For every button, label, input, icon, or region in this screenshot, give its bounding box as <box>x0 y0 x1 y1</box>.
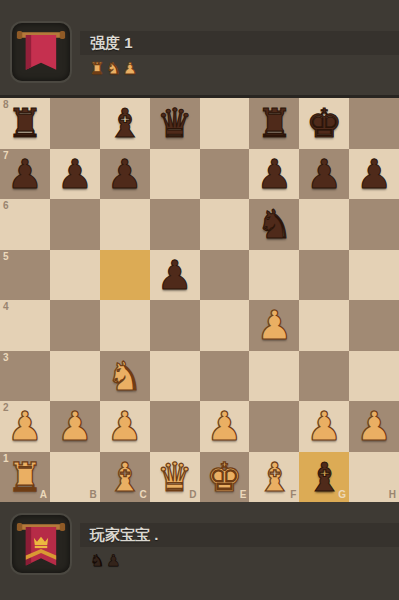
red-banner-icon <box>16 25 66 79</box>
square-c7[interactable]: ♟ <box>100 149 150 200</box>
square-h3[interactable] <box>349 351 399 402</box>
piece-black-pawn[interactable]: ♟ <box>107 154 143 194</box>
rank-label-5: 5 <box>3 252 9 262</box>
piece-black-pawn[interactable]: ♟ <box>157 255 193 295</box>
square-g2[interactable]: ♟ <box>299 401 349 452</box>
square-c1[interactable]: C♝ <box>100 452 150 503</box>
piece-white-rook[interactable]: ♜ <box>7 457 43 497</box>
square-b8[interactable] <box>50 98 100 149</box>
square-h6[interactable] <box>349 199 399 250</box>
square-e3[interactable] <box>200 351 250 402</box>
square-d7[interactable] <box>150 149 200 200</box>
square-a3[interactable]: 3 <box>0 351 50 402</box>
square-a8[interactable]: 8♜ <box>0 98 50 149</box>
piece-white-bishop[interactable]: ♝ <box>107 457 143 497</box>
square-b4[interactable] <box>50 300 100 351</box>
player-name: 玩家宝宝 . <box>90 523 158 547</box>
square-g8[interactable]: ♚ <box>299 98 349 149</box>
square-a2[interactable]: 2♟ <box>0 401 50 452</box>
square-g5[interactable] <box>299 250 349 301</box>
square-c6[interactable] <box>100 199 150 250</box>
crown-banner-icon <box>16 517 66 571</box>
piece-black-queen[interactable]: ♛ <box>157 103 193 143</box>
square-b1[interactable]: B <box>50 452 100 503</box>
piece-white-pawn[interactable]: ♟ <box>107 406 143 446</box>
square-h7[interactable]: ♟ <box>349 149 399 200</box>
square-f8[interactable]: ♜ <box>249 98 299 149</box>
opponent-name: 强度 1 <box>90 31 133 55</box>
file-label-a: A <box>40 490 47 500</box>
square-d6[interactable] <box>150 199 200 250</box>
square-d2[interactable] <box>150 401 200 452</box>
captured-knight-icon: ♞ <box>90 553 104 569</box>
square-e6[interactable] <box>200 199 250 250</box>
rank-label-3: 3 <box>3 353 9 363</box>
square-f1[interactable]: F♝ <box>249 452 299 503</box>
piece-black-knight[interactable]: ♞ <box>256 204 292 244</box>
square-f7[interactable]: ♟ <box>249 149 299 200</box>
captured-pawn-icon: ♟ <box>106 553 120 569</box>
player-bar: 玩家宝宝 . ♞♟ <box>0 502 399 600</box>
piece-white-king[interactable]: ♚ <box>207 457 243 497</box>
opponent-bar: 强度 1 ♜♞♟ <box>0 0 399 98</box>
piece-white-pawn[interactable]: ♟ <box>356 406 392 446</box>
square-f3[interactable] <box>249 351 299 402</box>
piece-white-pawn[interactable]: ♟ <box>7 406 43 446</box>
square-g7[interactable]: ♟ <box>299 149 349 200</box>
square-h1[interactable]: H <box>349 452 399 503</box>
captured-knight-icon: ♞ <box>106 61 120 77</box>
piece-white-knight[interactable]: ♞ <box>107 356 143 396</box>
rank-label-7: 7 <box>3 151 9 161</box>
square-e1[interactable]: E♚ <box>200 452 250 503</box>
square-b3[interactable] <box>50 351 100 402</box>
piece-white-pawn[interactable]: ♟ <box>57 406 93 446</box>
piece-black-bishop[interactable]: ♝ <box>306 457 342 497</box>
square-b6[interactable] <box>50 199 100 250</box>
square-e2[interactable]: ♟ <box>200 401 250 452</box>
piece-black-pawn[interactable]: ♟ <box>7 154 43 194</box>
square-a7[interactable]: 7♟ <box>0 149 50 200</box>
square-a6[interactable]: 6 <box>0 199 50 250</box>
file-label-d: D <box>189 490 196 500</box>
square-c2[interactable]: ♟ <box>100 401 150 452</box>
rank-label-1: 1 <box>3 454 9 464</box>
square-b7[interactable]: ♟ <box>50 149 100 200</box>
opponent-captured-tray: ♜♞♟ <box>90 61 137 77</box>
square-a5[interactable]: 5 <box>0 250 50 301</box>
piece-white-pawn[interactable]: ♟ <box>306 406 342 446</box>
file-label-b: B <box>90 490 97 500</box>
square-h4[interactable] <box>349 300 399 351</box>
piece-black-bishop[interactable]: ♝ <box>107 103 143 143</box>
file-label-g: G <box>338 490 346 500</box>
piece-white-pawn[interactable]: ♟ <box>207 406 243 446</box>
square-c8[interactable]: ♝ <box>100 98 150 149</box>
file-label-h: H <box>389 490 396 500</box>
captured-pawn-icon: ♟ <box>123 61 137 77</box>
square-h8[interactable] <box>349 98 399 149</box>
square-h5[interactable] <box>349 250 399 301</box>
piece-white-bishop[interactable]: ♝ <box>256 457 292 497</box>
piece-black-king[interactable]: ♚ <box>306 103 342 143</box>
piece-white-queen[interactable]: ♛ <box>157 457 193 497</box>
file-label-f: F <box>290 490 296 500</box>
rank-label-6: 6 <box>3 201 9 211</box>
square-e7[interactable] <box>200 149 250 200</box>
square-d1[interactable]: D♛ <box>150 452 200 503</box>
piece-black-pawn[interactable]: ♟ <box>356 154 392 194</box>
square-g3[interactable] <box>299 351 349 402</box>
piece-black-rook[interactable]: ♜ <box>256 103 292 143</box>
square-d5[interactable]: ♟ <box>150 250 200 301</box>
file-label-e: E <box>240 490 247 500</box>
rank-label-2: 2 <box>3 403 9 413</box>
player-avatar[interactable] <box>12 515 70 573</box>
square-f2[interactable] <box>249 401 299 452</box>
square-d3[interactable] <box>150 351 200 402</box>
opponent-avatar[interactable] <box>12 23 70 81</box>
square-c4[interactable] <box>100 300 150 351</box>
square-c5[interactable] <box>100 250 150 301</box>
square-e4[interactable] <box>200 300 250 351</box>
square-g1[interactable]: G♝ <box>299 452 349 503</box>
file-label-c: C <box>139 490 146 500</box>
square-b5[interactable] <box>50 250 100 301</box>
square-b2[interactable]: ♟ <box>50 401 100 452</box>
square-e8[interactable] <box>200 98 250 149</box>
player-captured-tray: ♞♟ <box>90 553 121 569</box>
square-a1[interactable]: 1A♜ <box>0 452 50 503</box>
rank-label-8: 8 <box>3 100 9 110</box>
piece-black-pawn[interactable]: ♟ <box>256 154 292 194</box>
piece-black-pawn[interactable]: ♟ <box>306 154 342 194</box>
rank-label-4: 4 <box>3 302 9 312</box>
square-h2[interactable]: ♟ <box>349 401 399 452</box>
piece-black-pawn[interactable]: ♟ <box>57 154 93 194</box>
square-e5[interactable] <box>200 250 250 301</box>
piece-black-rook[interactable]: ♜ <box>7 103 43 143</box>
square-g6[interactable] <box>299 199 349 250</box>
square-f6[interactable]: ♞ <box>249 199 299 250</box>
square-a4[interactable]: 4 <box>0 300 50 351</box>
app-window: 强度 1 ♜♞♟ 8♜♝♛♜♚7♟♟♟♟♟♟6♞5♟4♟3♞2♟♟♟♟♟♟1A♜… <box>0 0 399 600</box>
square-d8[interactable]: ♛ <box>150 98 200 149</box>
square-c3[interactable]: ♞ <box>100 351 150 402</box>
chess-board: 8♜♝♛♜♚7♟♟♟♟♟♟6♞5♟4♟3♞2♟♟♟♟♟♟1A♜BC♝D♛E♚F♝… <box>0 98 399 502</box>
captured-rook-icon: ♜ <box>90 61 104 77</box>
square-f4[interactable]: ♟ <box>249 300 299 351</box>
piece-white-pawn[interactable]: ♟ <box>256 305 292 345</box>
square-g4[interactable] <box>299 300 349 351</box>
square-d4[interactable] <box>150 300 200 351</box>
square-f5[interactable] <box>249 250 299 301</box>
